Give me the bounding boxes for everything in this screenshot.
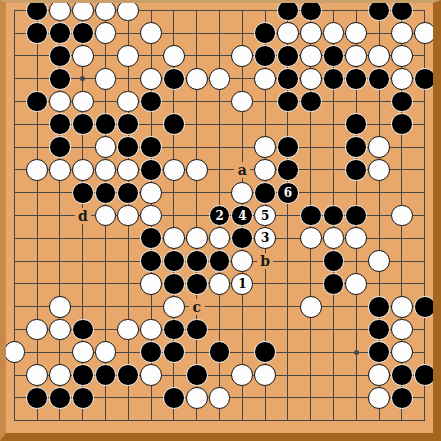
intersection-r2c10[interactable] — [231, 45, 254, 68]
intersection-r18c2[interactable] — [49, 409, 72, 432]
intersection-r4c10[interactable] — [231, 90, 254, 113]
intersection-r8c8[interactable] — [185, 181, 208, 204]
intersection-r7c3[interactable] — [71, 159, 94, 182]
intersection-r16c0[interactable] — [3, 364, 26, 387]
intersection-r8c15[interactable] — [345, 181, 368, 204]
intersection-r6c17[interactable] — [391, 136, 414, 159]
intersection-r5c18[interactable] — [413, 113, 436, 136]
intersection-r9c18[interactable] — [413, 204, 436, 227]
intersection-r0c14[interactable] — [322, 0, 345, 22]
intersection-r1c3[interactable] — [71, 22, 94, 45]
intersection-r4c11[interactable] — [254, 90, 277, 113]
intersection-r3c13[interactable] — [299, 67, 322, 90]
intersection-r2c3[interactable] — [71, 45, 94, 68]
intersection-r2c2[interactable] — [49, 45, 72, 68]
intersection-r13c12[interactable] — [277, 295, 300, 318]
intersection-r4c12[interactable] — [277, 90, 300, 113]
intersection-r2c17[interactable] — [391, 45, 414, 68]
intersection-r9c5[interactable] — [117, 204, 140, 227]
intersection-r0c9[interactable] — [208, 0, 231, 22]
intersection-r0c16[interactable] — [368, 0, 391, 22]
intersection-r6c8[interactable] — [185, 136, 208, 159]
intersection-r12c14[interactable] — [322, 273, 345, 296]
intersection-r18c9[interactable] — [208, 409, 231, 432]
intersection-r12c10[interactable]: 1 — [231, 273, 254, 296]
intersection-r8c3[interactable] — [71, 181, 94, 204]
intersection-r11c4[interactable] — [94, 250, 117, 273]
intersection-r13c0[interactable] — [3, 295, 26, 318]
intersection-r10c15[interactable] — [345, 227, 368, 250]
intersection-r6c9[interactable] — [208, 136, 231, 159]
intersection-r0c1[interactable] — [26, 0, 49, 22]
intersection-r0c18[interactable] — [413, 0, 436, 22]
intersection-r10c6[interactable] — [140, 227, 163, 250]
intersection-r9c1[interactable] — [26, 204, 49, 227]
intersection-r12c3[interactable] — [71, 273, 94, 296]
intersection-r9c2[interactable] — [49, 204, 72, 227]
intersection-r13c16[interactable] — [368, 295, 391, 318]
intersection-r10c5[interactable] — [117, 227, 140, 250]
intersection-r14c3[interactable] — [71, 318, 94, 341]
intersection-r17c14[interactable] — [322, 387, 345, 410]
intersection-r15c0[interactable] — [3, 341, 26, 364]
intersection-r3c9[interactable] — [208, 67, 231, 90]
intersection-r17c10[interactable] — [231, 387, 254, 410]
intersection-r2c13[interactable] — [299, 45, 322, 68]
intersection-r10c9[interactable] — [208, 227, 231, 250]
intersection-r9c17[interactable] — [391, 204, 414, 227]
intersection-r2c11[interactable] — [254, 45, 277, 68]
intersection-r15c1[interactable] — [26, 341, 49, 364]
intersection-r11c17[interactable] — [391, 250, 414, 273]
intersection-r17c5[interactable] — [117, 387, 140, 410]
intersection-r3c4[interactable] — [94, 67, 117, 90]
intersection-r17c3[interactable] — [71, 387, 94, 410]
intersection-r13c11[interactable] — [254, 295, 277, 318]
intersection-r6c6[interactable] — [140, 136, 163, 159]
intersection-r5c1[interactable] — [26, 113, 49, 136]
intersection-r1c2[interactable] — [49, 22, 72, 45]
intersection-r8c14[interactable] — [322, 181, 345, 204]
intersection-r18c16[interactable] — [368, 409, 391, 432]
intersection-r0c6[interactable] — [140, 0, 163, 22]
intersection-r18c3[interactable] — [71, 409, 94, 432]
intersection-r4c5[interactable] — [117, 90, 140, 113]
intersection-r0c13[interactable] — [299, 0, 322, 22]
intersection-r6c5[interactable] — [117, 136, 140, 159]
intersection-r2c16[interactable] — [368, 45, 391, 68]
intersection-r4c1[interactable] — [26, 90, 49, 113]
intersection-r9c0[interactable] — [3, 204, 26, 227]
intersection-r4c18[interactable] — [413, 90, 436, 113]
intersection-r13c9[interactable] — [208, 295, 231, 318]
intersection-r5c16[interactable] — [368, 113, 391, 136]
intersection-r7c18[interactable] — [413, 159, 436, 182]
intersection-r0c12[interactable] — [277, 0, 300, 22]
intersection-r3c10[interactable] — [231, 67, 254, 90]
intersection-r4c14[interactable] — [322, 90, 345, 113]
intersection-r2c12[interactable] — [277, 45, 300, 68]
intersection-r12c9[interactable] — [208, 273, 231, 296]
intersection-r15c7[interactable] — [163, 341, 186, 364]
intersection-r17c4[interactable] — [94, 387, 117, 410]
intersection-r13c18[interactable] — [413, 295, 436, 318]
intersection-r13c10[interactable] — [231, 295, 254, 318]
intersection-r14c1[interactable] — [26, 318, 49, 341]
intersection-r1c15[interactable] — [345, 22, 368, 45]
intersection-r5c12[interactable] — [277, 113, 300, 136]
intersection-r2c0[interactable] — [3, 45, 26, 68]
intersection-r17c16[interactable] — [368, 387, 391, 410]
intersection-r6c13[interactable] — [299, 136, 322, 159]
intersection-r4c2[interactable] — [49, 90, 72, 113]
intersection-r7c9[interactable] — [208, 159, 231, 182]
intersection-r12c2[interactable] — [49, 273, 72, 296]
intersection-r16c7[interactable] — [163, 364, 186, 387]
intersection-r1c6[interactable] — [140, 22, 163, 45]
intersection-r18c17[interactable] — [391, 409, 414, 432]
intersection-r15c12[interactable] — [277, 341, 300, 364]
intersection-r1c1[interactable] — [26, 22, 49, 45]
intersection-r7c10[interactable]: a — [231, 159, 254, 182]
intersection-r5c2[interactable] — [49, 113, 72, 136]
intersection-r3c3[interactable] — [71, 67, 94, 90]
intersection-r1c7[interactable] — [163, 22, 186, 45]
intersection-r14c10[interactable] — [231, 318, 254, 341]
intersection-r14c4[interactable] — [94, 318, 117, 341]
intersection-r1c17[interactable] — [391, 22, 414, 45]
intersection-r1c8[interactable] — [185, 22, 208, 45]
intersection-r7c6[interactable] — [140, 159, 163, 182]
intersection-r10c1[interactable] — [26, 227, 49, 250]
intersection-r7c0[interactable] — [3, 159, 26, 182]
intersection-r11c15[interactable] — [345, 250, 368, 273]
intersection-r8c13[interactable] — [299, 181, 322, 204]
intersection-r18c8[interactable] — [185, 409, 208, 432]
intersection-r7c1[interactable] — [26, 159, 49, 182]
intersection-r14c11[interactable] — [254, 318, 277, 341]
intersection-r4c0[interactable] — [3, 90, 26, 113]
intersection-r3c18[interactable] — [413, 67, 436, 90]
intersection-r10c17[interactable] — [391, 227, 414, 250]
intersection-r5c6[interactable] — [140, 113, 163, 136]
intersection-r15c14[interactable] — [322, 341, 345, 364]
intersection-r10c13[interactable] — [299, 227, 322, 250]
intersection-r9c8[interactable] — [185, 204, 208, 227]
intersection-r6c2[interactable] — [49, 136, 72, 159]
intersection-r4c9[interactable] — [208, 90, 231, 113]
intersection-r12c11[interactable] — [254, 273, 277, 296]
intersection-r5c4[interactable] — [94, 113, 117, 136]
intersection-r16c5[interactable] — [117, 364, 140, 387]
intersection-r6c18[interactable] — [413, 136, 436, 159]
intersection-r15c8[interactable] — [185, 341, 208, 364]
intersection-r8c11[interactable] — [254, 181, 277, 204]
intersection-r6c0[interactable] — [3, 136, 26, 159]
intersection-r5c5[interactable] — [117, 113, 140, 136]
intersection-r4c6[interactable] — [140, 90, 163, 113]
intersection-r6c14[interactable] — [322, 136, 345, 159]
intersection-r1c13[interactable] — [299, 22, 322, 45]
intersection-r8c6[interactable] — [140, 181, 163, 204]
intersection-r6c3[interactable] — [71, 136, 94, 159]
intersection-r2c1[interactable] — [26, 45, 49, 68]
intersection-r7c17[interactable] — [391, 159, 414, 182]
intersection-r13c13[interactable] — [299, 295, 322, 318]
intersection-r14c15[interactable] — [345, 318, 368, 341]
intersection-r3c8[interactable] — [185, 67, 208, 90]
intersection-r2c4[interactable] — [94, 45, 117, 68]
intersection-r17c12[interactable] — [277, 387, 300, 410]
intersection-r18c7[interactable] — [163, 409, 186, 432]
intersection-r15c11[interactable] — [254, 341, 277, 364]
intersection-r17c13[interactable] — [299, 387, 322, 410]
intersection-r3c2[interactable] — [49, 67, 72, 90]
intersection-r11c8[interactable] — [185, 250, 208, 273]
intersection-r9c12[interactable] — [277, 204, 300, 227]
intersection-r12c0[interactable] — [3, 273, 26, 296]
intersection-r13c2[interactable] — [49, 295, 72, 318]
intersection-r3c6[interactable] — [140, 67, 163, 90]
intersection-r13c5[interactable] — [117, 295, 140, 318]
intersection-r13c7[interactable] — [163, 295, 186, 318]
intersection-r2c5[interactable] — [117, 45, 140, 68]
intersection-r17c1[interactable] — [26, 387, 49, 410]
intersection-r15c17[interactable] — [391, 341, 414, 364]
intersection-r11c12[interactable] — [277, 250, 300, 273]
intersection-r1c14[interactable] — [322, 22, 345, 45]
intersection-r8c2[interactable] — [49, 181, 72, 204]
intersection-r16c14[interactable] — [322, 364, 345, 387]
intersection-r10c12[interactable] — [277, 227, 300, 250]
intersection-r10c16[interactable] — [368, 227, 391, 250]
intersection-r15c3[interactable] — [71, 341, 94, 364]
intersection-r18c11[interactable] — [254, 409, 277, 432]
intersection-r15c6[interactable] — [140, 341, 163, 364]
intersection-r5c3[interactable] — [71, 113, 94, 136]
intersection-r7c2[interactable] — [49, 159, 72, 182]
intersection-r14c6[interactable] — [140, 318, 163, 341]
intersection-r10c0[interactable] — [3, 227, 26, 250]
intersection-r3c7[interactable] — [163, 67, 186, 90]
intersection-r15c5[interactable] — [117, 341, 140, 364]
intersection-r15c13[interactable] — [299, 341, 322, 364]
intersection-r10c11[interactable]: 3 — [254, 227, 277, 250]
intersection-r14c2[interactable] — [49, 318, 72, 341]
intersection-r9c10[interactable]: 4 — [231, 204, 254, 227]
intersection-r13c14[interactable] — [322, 295, 345, 318]
intersection-r16c16[interactable] — [368, 364, 391, 387]
intersection-r8c0[interactable] — [3, 181, 26, 204]
intersection-r6c4[interactable] — [94, 136, 117, 159]
intersection-r11c7[interactable] — [163, 250, 186, 273]
intersection-r7c11[interactable] — [254, 159, 277, 182]
intersection-r0c2[interactable] — [49, 0, 72, 22]
intersection-r13c15[interactable] — [345, 295, 368, 318]
intersection-r7c7[interactable] — [163, 159, 186, 182]
intersection-r0c4[interactable] — [94, 0, 117, 22]
intersection-r2c14[interactable] — [322, 45, 345, 68]
intersection-r5c17[interactable] — [391, 113, 414, 136]
intersection-r15c15[interactable] — [345, 341, 368, 364]
intersection-r7c13[interactable] — [299, 159, 322, 182]
intersection-r6c12[interactable] — [277, 136, 300, 159]
intersection-r11c10[interactable] — [231, 250, 254, 273]
intersection-r1c9[interactable] — [208, 22, 231, 45]
intersection-r9c7[interactable] — [163, 204, 186, 227]
intersection-r5c7[interactable] — [163, 113, 186, 136]
intersection-r4c7[interactable] — [163, 90, 186, 113]
intersection-r2c9[interactable] — [208, 45, 231, 68]
intersection-r12c18[interactable] — [413, 273, 436, 296]
intersection-r11c14[interactable] — [322, 250, 345, 273]
intersection-r10c8[interactable] — [185, 227, 208, 250]
intersection-r5c13[interactable] — [299, 113, 322, 136]
intersection-r11c1[interactable] — [26, 250, 49, 273]
intersection-r15c2[interactable] — [49, 341, 72, 364]
intersection-r1c4[interactable] — [94, 22, 117, 45]
intersection-r0c3[interactable] — [71, 0, 94, 22]
intersection-r15c18[interactable] — [413, 341, 436, 364]
intersection-r7c5[interactable] — [117, 159, 140, 182]
intersection-r0c8[interactable] — [185, 0, 208, 22]
intersection-r8c5[interactable] — [117, 181, 140, 204]
intersection-r12c1[interactable] — [26, 273, 49, 296]
intersection-r10c4[interactable] — [94, 227, 117, 250]
intersection-r17c11[interactable] — [254, 387, 277, 410]
intersection-r13c17[interactable] — [391, 295, 414, 318]
intersection-r11c11[interactable]: b — [254, 250, 277, 273]
intersection-r5c11[interactable] — [254, 113, 277, 136]
intersection-r14c16[interactable] — [368, 318, 391, 341]
intersection-r3c14[interactable] — [322, 67, 345, 90]
intersection-r9c6[interactable] — [140, 204, 163, 227]
intersection-r10c3[interactable] — [71, 227, 94, 250]
intersection-r12c7[interactable] — [163, 273, 186, 296]
intersection-r11c13[interactable] — [299, 250, 322, 273]
intersection-r8c16[interactable] — [368, 181, 391, 204]
intersection-r16c17[interactable] — [391, 364, 414, 387]
intersection-r2c18[interactable] — [413, 45, 436, 68]
intersection-r11c18[interactable] — [413, 250, 436, 273]
intersection-r11c3[interactable] — [71, 250, 94, 273]
intersection-r3c12[interactable] — [277, 67, 300, 90]
intersection-r10c14[interactable] — [322, 227, 345, 250]
intersection-r4c16[interactable] — [368, 90, 391, 113]
intersection-r3c16[interactable] — [368, 67, 391, 90]
intersection-r9c15[interactable] — [345, 204, 368, 227]
intersection-r16c10[interactable] — [231, 364, 254, 387]
intersection-r11c0[interactable] — [3, 250, 26, 273]
intersection-r12c13[interactable] — [299, 273, 322, 296]
intersection-r18c13[interactable] — [299, 409, 322, 432]
intersection-r0c11[interactable] — [254, 0, 277, 22]
intersection-r9c4[interactable] — [94, 204, 117, 227]
intersection-r12c17[interactable] — [391, 273, 414, 296]
intersection-r12c6[interactable] — [140, 273, 163, 296]
intersection-r5c10[interactable] — [231, 113, 254, 136]
intersection-r0c0[interactable] — [3, 0, 26, 22]
intersection-r12c4[interactable] — [94, 273, 117, 296]
intersection-r7c4[interactable] — [94, 159, 117, 182]
intersection-r8c4[interactable] — [94, 181, 117, 204]
intersection-r4c17[interactable] — [391, 90, 414, 113]
intersection-r2c15[interactable] — [345, 45, 368, 68]
intersection-r10c18[interactable] — [413, 227, 436, 250]
intersection-r8c7[interactable] — [163, 181, 186, 204]
intersection-r16c8[interactable] — [185, 364, 208, 387]
intersection-r17c0[interactable] — [3, 387, 26, 410]
intersection-r11c2[interactable] — [49, 250, 72, 273]
intersection-r4c15[interactable] — [345, 90, 368, 113]
intersection-r6c15[interactable] — [345, 136, 368, 159]
intersection-r12c8[interactable] — [185, 273, 208, 296]
intersection-r7c12[interactable] — [277, 159, 300, 182]
intersection-r13c6[interactable] — [140, 295, 163, 318]
intersection-r9c16[interactable] — [368, 204, 391, 227]
intersection-r0c7[interactable] — [163, 0, 186, 22]
intersection-r1c10[interactable] — [231, 22, 254, 45]
intersection-r4c13[interactable] — [299, 90, 322, 113]
intersection-r5c8[interactable] — [185, 113, 208, 136]
intersection-r18c18[interactable] — [413, 409, 436, 432]
intersection-r18c4[interactable] — [94, 409, 117, 432]
intersection-r1c16[interactable] — [368, 22, 391, 45]
intersection-r14c14[interactable] — [322, 318, 345, 341]
intersection-r0c10[interactable] — [231, 0, 254, 22]
intersection-r6c7[interactable] — [163, 136, 186, 159]
intersection-r11c5[interactable] — [117, 250, 140, 273]
intersection-r13c8[interactable]: c — [185, 295, 208, 318]
intersection-r16c11[interactable] — [254, 364, 277, 387]
intersection-r13c4[interactable] — [94, 295, 117, 318]
intersection-r9c3[interactable]: d — [71, 204, 94, 227]
intersection-r17c2[interactable] — [49, 387, 72, 410]
intersection-r1c11[interactable] — [254, 22, 277, 45]
intersection-r17c17[interactable] — [391, 387, 414, 410]
intersection-r9c11[interactable]: 5 — [254, 204, 277, 227]
intersection-r8c1[interactable] — [26, 181, 49, 204]
intersection-r0c15[interactable] — [345, 0, 368, 22]
intersection-r18c1[interactable] — [26, 409, 49, 432]
intersection-r13c1[interactable] — [26, 295, 49, 318]
intersection-r2c7[interactable] — [163, 45, 186, 68]
intersection-r16c15[interactable] — [345, 364, 368, 387]
intersection-r17c6[interactable] — [140, 387, 163, 410]
intersection-r3c0[interactable] — [3, 67, 26, 90]
intersection-r3c1[interactable] — [26, 67, 49, 90]
intersection-r18c15[interactable] — [345, 409, 368, 432]
intersection-r16c2[interactable] — [49, 364, 72, 387]
intersection-r4c8[interactable] — [185, 90, 208, 113]
intersection-r12c16[interactable] — [368, 273, 391, 296]
intersection-r9c13[interactable] — [299, 204, 322, 227]
intersection-r14c5[interactable] — [117, 318, 140, 341]
intersection-r7c15[interactable] — [345, 159, 368, 182]
intersection-r16c1[interactable] — [26, 364, 49, 387]
intersection-r3c5[interactable] — [117, 67, 140, 90]
intersection-r16c18[interactable] — [413, 364, 436, 387]
intersection-r14c17[interactable] — [391, 318, 414, 341]
intersection-r1c12[interactable] — [277, 22, 300, 45]
intersection-r3c11[interactable] — [254, 67, 277, 90]
intersection-r16c12[interactable] — [277, 364, 300, 387]
intersection-r16c13[interactable] — [299, 364, 322, 387]
intersection-r6c10[interactable] — [231, 136, 254, 159]
intersection-r1c5[interactable] — [117, 22, 140, 45]
intersection-r8c9[interactable] — [208, 181, 231, 204]
intersection-r11c6[interactable] — [140, 250, 163, 273]
